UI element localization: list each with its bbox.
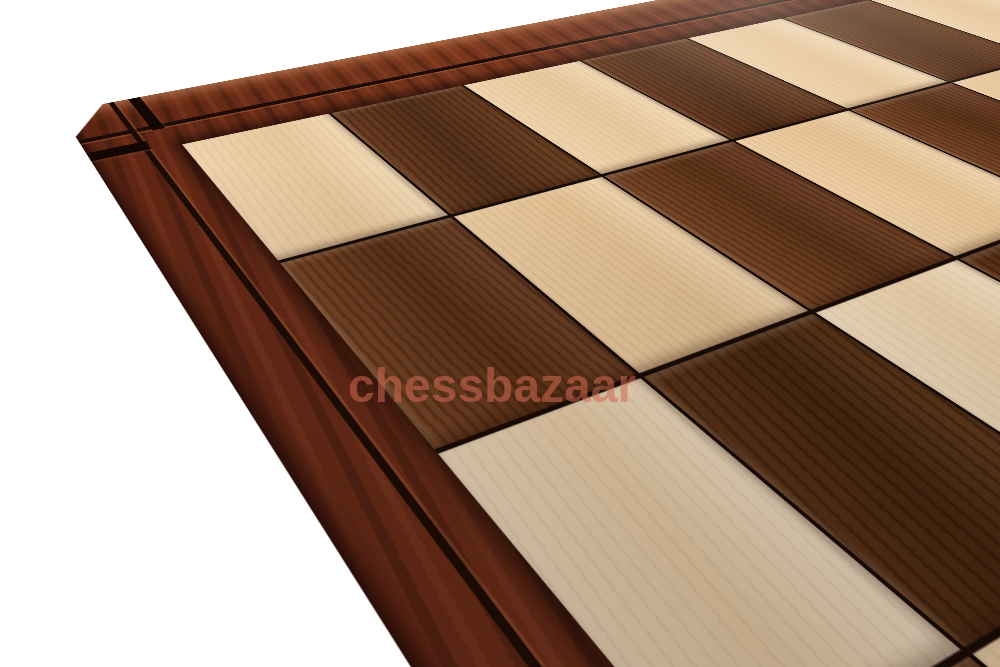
watermark-text: chessbazaar	[348, 362, 636, 410]
board-side-edge	[0, 0, 79, 112]
frame-groove-left	[0, 0, 114, 103]
chessboard	[0, 0, 977, 112]
product-photo: chessbazaar	[0, 0, 1000, 667]
